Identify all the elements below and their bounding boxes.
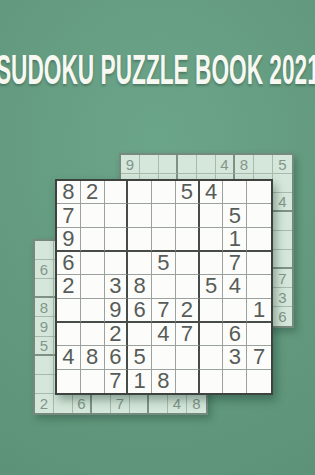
sudoku-cell: 4 [273,193,292,212]
sudoku-cell [130,394,149,413]
sudoku-cell [200,323,224,346]
sudoku-cell [176,228,200,252]
sudoku-cell [200,346,224,369]
sudoku-cell: 2 [81,181,105,204]
sudoku-cell: 2 [176,299,200,323]
sudoku-cell [35,241,54,260]
sudoku-cell [81,228,105,252]
sudoku-cell: 6 [105,346,129,369]
sudoku-cell [273,250,292,269]
sudoku-cell: 4 [216,155,235,174]
sudoku-cell: 3 [105,275,129,298]
sudoku-cell [152,346,176,369]
sudoku-cell [128,228,152,252]
sudoku-cell: 9 [35,317,54,336]
sudoku-cell: 7 [176,323,200,346]
sudoku-cell [197,155,216,174]
sudoku-cell [152,181,176,204]
book-cover: SUDOKU PUZZLE BOOK 2021 94854736 6895267… [0,0,315,475]
sudoku-cell [81,323,105,346]
sudoku-cell: 8 [235,155,254,174]
sudoku-cell [159,155,178,174]
sudoku-cell [152,275,176,298]
sudoku-cell: 4 [57,346,81,369]
sudoku-cell [176,346,200,369]
sudoku-cell: 5 [176,181,200,204]
sudoku-cell [200,252,224,275]
sudoku-cell: 9 [105,299,129,323]
book-title: SUDOKU PUZZLE BOOK 2021 [0,46,315,94]
sudoku-cell [81,252,105,275]
main-sudoku-grid: 8254759165723854967212476486537718 [55,179,273,395]
sudoku-cell [200,228,224,252]
sudoku-cell [128,252,152,275]
sudoku-cell [178,155,197,174]
sudoku-cell [247,252,271,275]
sudoku-cell [81,204,105,227]
sudoku-cell: 7 [247,346,271,369]
sudoku-cell [35,279,54,298]
sudoku-cell [200,204,224,227]
sudoku-cell [57,370,81,393]
sudoku-cell: 5 [273,155,292,174]
sudoku-cell: 7 [152,299,176,323]
sudoku-cell: 6 [73,394,92,413]
sudoku-cell [223,370,247,393]
sudoku-cell [247,323,271,346]
sudoku-cell [140,155,159,174]
sudoku-cell: 8 [152,370,176,393]
sudoku-cell: 6 [128,299,152,323]
sudoku-cell [54,394,73,413]
sudoku-cell: 4 [168,394,187,413]
sudoku-cell [247,370,271,393]
sudoku-cell: 8 [35,298,54,317]
sudoku-cell [247,275,271,298]
sudoku-cell [247,228,271,252]
sudoku-cell [128,204,152,227]
sudoku-cell [176,204,200,227]
sudoku-cell [57,323,81,346]
sudoku-cell: 5 [128,346,152,369]
title-container: SUDOKU PUZZLE BOOK 2021 [0,46,315,94]
sudoku-cell: 3 [223,346,247,369]
sudoku-cell [176,275,200,298]
sudoku-cell: 4 [223,275,247,298]
sudoku-cell: 8 [57,181,81,204]
sudoku-cell [128,323,152,346]
sudoku-cell [105,204,129,227]
sudoku-cell [92,394,111,413]
sudoku-cell [81,299,105,323]
sudoku-cell: 2 [35,394,54,413]
sudoku-cell: 9 [57,228,81,252]
sudoku-cell: 6 [223,323,247,346]
sudoku-cell: 7 [105,370,129,393]
sudoku-cell [149,394,168,413]
sudoku-cell: 4 [152,323,176,346]
sudoku-cell: 2 [105,323,129,346]
sudoku-cell [35,375,54,394]
sudoku-cell: 5 [223,204,247,227]
sudoku-cell: 7 [223,252,247,275]
sudoku-cell: 5 [35,337,54,356]
sudoku-cell: 7 [57,204,81,227]
sudoku-cell [81,370,105,393]
sudoku-cell: 9 [121,155,140,174]
sudoku-cell: 5 [152,252,176,275]
sudoku-cell [81,275,105,298]
sudoku-cell [152,204,176,227]
sudoku-cell [105,228,129,252]
sudoku-cell: 1 [247,299,271,323]
sudoku-cell: 1 [128,370,152,393]
sudoku-cell [223,299,247,323]
sudoku-cell [247,204,271,227]
sudoku-cell: 6 [57,252,81,275]
sudoku-cell [200,299,224,323]
sudoku-cell [273,231,292,250]
sudoku-cell: 7 [273,269,292,288]
sudoku-cell: 1 [223,228,247,252]
sudoku-cell [176,370,200,393]
sudoku-cell: 8 [128,275,152,298]
sudoku-cell [152,228,176,252]
sudoku-cell [57,299,81,323]
sudoku-cell [273,212,292,231]
sudoku-cell: 8 [81,346,105,369]
sudoku-cell: 6 [35,260,54,279]
sudoku-cell [247,181,271,204]
sudoku-cell [105,181,129,204]
sudoku-cell [200,370,224,393]
sudoku-cell [128,181,152,204]
sudoku-cell: 3 [273,288,292,307]
sudoku-cell: 5 [200,275,224,298]
sudoku-cell [223,181,247,204]
sudoku-cell [254,155,273,174]
sudoku-cell: 8 [187,394,206,413]
sudoku-cell [105,252,129,275]
sudoku-cell [35,356,54,375]
sudoku-cell [176,252,200,275]
sudoku-cell: 4 [200,181,224,204]
sudoku-cell: 7 [111,394,130,413]
sudoku-cell [273,174,292,193]
sudoku-cell: 2 [57,275,81,298]
sudoku-cell: 6 [273,307,292,326]
